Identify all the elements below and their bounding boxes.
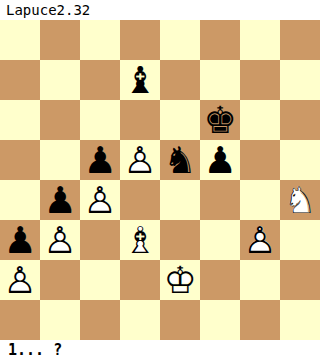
app-title: Lapuce2.32 [0, 2, 90, 18]
square-b1[interactable] [40, 300, 80, 340]
square-g5[interactable] [240, 140, 280, 180]
square-f5[interactable]: ♟ [200, 140, 240, 180]
piece-outline: ♙ [80, 180, 120, 220]
square-a4[interactable] [0, 180, 40, 220]
black-pawn[interactable]: ♟ [0, 220, 40, 260]
square-b3[interactable]: ♟♙ [40, 220, 80, 260]
white-pawn[interactable]: ♟♙ [40, 220, 80, 260]
square-c7[interactable] [80, 60, 120, 100]
white-king[interactable]: ♚♔ [160, 260, 200, 300]
title-bar: Lapuce2.32 [0, 0, 320, 20]
black-knight[interactable]: ♞ [160, 140, 200, 180]
square-d5[interactable]: ♟♙ [120, 140, 160, 180]
square-c4[interactable]: ♟♙ [80, 180, 120, 220]
square-a3[interactable]: ♟ [0, 220, 40, 260]
square-e8[interactable] [160, 20, 200, 60]
piece-fill: ♟ [40, 180, 80, 220]
square-h2[interactable] [280, 260, 320, 300]
square-g2[interactable] [240, 260, 280, 300]
white-pawn[interactable]: ♟♙ [0, 260, 40, 300]
square-g4[interactable] [240, 180, 280, 220]
square-b2[interactable] [40, 260, 80, 300]
square-e5[interactable]: ♞ [160, 140, 200, 180]
square-b8[interactable] [40, 20, 80, 60]
piece-outline: ♙ [120, 140, 160, 180]
square-h5[interactable] [280, 140, 320, 180]
square-b5[interactable] [40, 140, 80, 180]
square-d2[interactable] [120, 260, 160, 300]
square-g7[interactable] [240, 60, 280, 100]
square-f7[interactable] [200, 60, 240, 100]
white-knight[interactable]: ♞♘ [280, 180, 320, 220]
square-f1[interactable] [200, 300, 240, 340]
square-d1[interactable] [120, 300, 160, 340]
piece-fill: ♟ [0, 220, 40, 260]
square-d8[interactable] [120, 20, 160, 60]
square-g8[interactable] [240, 20, 280, 60]
square-h1[interactable] [280, 300, 320, 340]
piece-outline: ♗ [120, 220, 160, 260]
piece-outline: ♙ [40, 220, 80, 260]
piece-fill: ♝ [120, 60, 160, 100]
square-a5[interactable] [0, 140, 40, 180]
piece-outline: ♘ [280, 180, 320, 220]
move-prompt: 1... ? [0, 341, 62, 359]
piece-outline: ♔ [160, 260, 200, 300]
square-a7[interactable] [0, 60, 40, 100]
square-g1[interactable] [240, 300, 280, 340]
square-d7[interactable]: ♝ [120, 60, 160, 100]
square-a2[interactable]: ♟♙ [0, 260, 40, 300]
square-h4[interactable]: ♞♘ [280, 180, 320, 220]
black-pawn[interactable]: ♟ [200, 140, 240, 180]
black-bishop[interactable]: ♝ [120, 60, 160, 100]
square-h6[interactable] [280, 100, 320, 140]
white-pawn[interactable]: ♟♙ [80, 180, 120, 220]
square-d4[interactable] [120, 180, 160, 220]
square-c3[interactable] [80, 220, 120, 260]
square-g3[interactable]: ♟♙ [240, 220, 280, 260]
piece-fill: ♞ [160, 140, 200, 180]
white-pawn[interactable]: ♟♙ [240, 220, 280, 260]
status-bar: 1... ? [0, 340, 320, 360]
black-pawn[interactable]: ♟ [40, 180, 80, 220]
square-e1[interactable] [160, 300, 200, 340]
white-bishop[interactable]: ♝♗ [120, 220, 160, 260]
square-c2[interactable] [80, 260, 120, 300]
piece-outline: ♙ [0, 260, 40, 300]
square-f8[interactable] [200, 20, 240, 60]
square-d3[interactable]: ♝♗ [120, 220, 160, 260]
square-c1[interactable] [80, 300, 120, 340]
square-a1[interactable] [0, 300, 40, 340]
black-pawn[interactable]: ♟ [80, 140, 120, 180]
square-f3[interactable] [200, 220, 240, 260]
square-b6[interactable] [40, 100, 80, 140]
square-a8[interactable] [0, 20, 40, 60]
square-e2[interactable]: ♚♔ [160, 260, 200, 300]
square-e4[interactable] [160, 180, 200, 220]
piece-outline: ♙ [240, 220, 280, 260]
square-d6[interactable] [120, 100, 160, 140]
square-e3[interactable] [160, 220, 200, 260]
square-b4[interactable]: ♟ [40, 180, 80, 220]
piece-fill: ♟ [80, 140, 120, 180]
square-c6[interactable] [80, 100, 120, 140]
square-b7[interactable] [40, 60, 80, 100]
piece-fill: ♟ [200, 140, 240, 180]
square-f4[interactable] [200, 180, 240, 220]
white-pawn[interactable]: ♟♙ [120, 140, 160, 180]
square-c8[interactable] [80, 20, 120, 60]
square-g6[interactable] [240, 100, 280, 140]
black-king[interactable]: ♚ [200, 100, 240, 140]
square-f2[interactable] [200, 260, 240, 300]
square-e6[interactable] [160, 100, 200, 140]
square-h3[interactable] [280, 220, 320, 260]
chess-board: ♝♚♟♟♙♞♟♟♟♙♞♘♟♟♙♝♗♟♙♟♙♚♔ [0, 20, 320, 340]
square-a6[interactable] [0, 100, 40, 140]
piece-fill: ♚ [200, 100, 240, 140]
square-h8[interactable] [280, 20, 320, 60]
square-c5[interactable]: ♟ [80, 140, 120, 180]
square-e7[interactable] [160, 60, 200, 100]
square-h7[interactable] [280, 60, 320, 100]
square-f6[interactable]: ♚ [200, 100, 240, 140]
